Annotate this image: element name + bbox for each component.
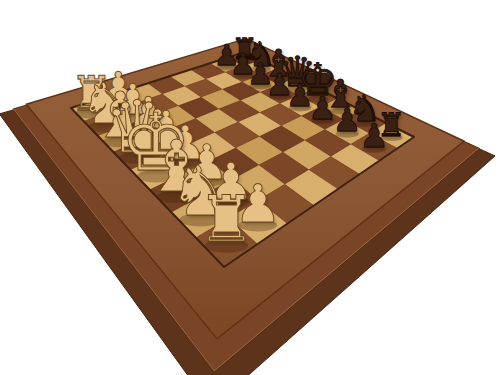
pieces-layer: ♜♟♞♟♝♟♛♟♚♟♟♝♜♟♟♞♞♟♟♜♝♟♟♛♟♚♟♝♟♞♟♜ — [0, 0, 500, 375]
chess-set-photo: ♜♟♞♟♝♟♛♟♚♟♟♝♜♟♟♞♞♟♟♜♝♟♟♛♟♚♟♝♟♞♟♜ — [0, 0, 500, 375]
piece-black-pawn-g7[interactable]: ♟ — [333, 105, 362, 137]
piece-black-pawn-h7[interactable]: ♟ — [359, 120, 388, 153]
piece-white-rook-h1[interactable]: ♜ — [198, 188, 255, 252]
